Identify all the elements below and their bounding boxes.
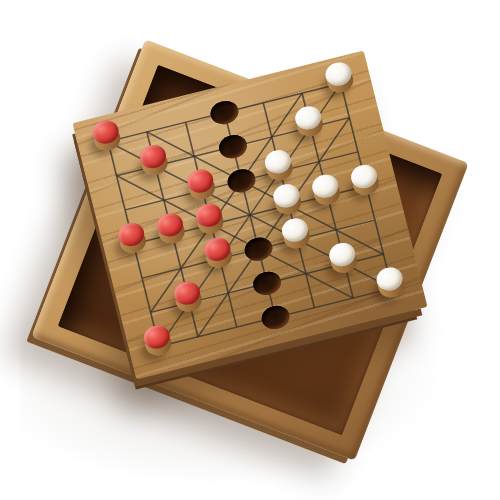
scene <box>0 0 500 500</box>
